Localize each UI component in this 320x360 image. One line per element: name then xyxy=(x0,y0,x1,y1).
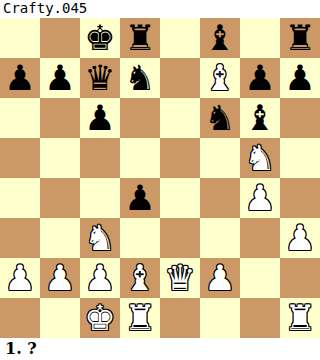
piece-white-queen: ♛ xyxy=(164,258,195,298)
move-prompt: 1. ? xyxy=(0,338,320,360)
square-e5[interactable] xyxy=(160,138,200,178)
square-e2[interactable]: ♛ xyxy=(160,258,200,298)
square-h5[interactable] xyxy=(280,138,320,178)
square-g5[interactable]: ♞ xyxy=(240,138,280,178)
square-f2[interactable]: ♟ xyxy=(200,258,240,298)
piece-white-bishop: ♝ xyxy=(124,258,155,298)
piece-black-pawn: ♟ xyxy=(244,58,275,98)
piece-black-rook: ♜ xyxy=(284,18,315,58)
square-b2[interactable]: ♟ xyxy=(40,258,80,298)
square-c1[interactable]: ♚ xyxy=(80,298,120,338)
square-g4[interactable]: ♟ xyxy=(240,178,280,218)
piece-white-pawn: ♟ xyxy=(244,178,275,218)
square-f5[interactable] xyxy=(200,138,240,178)
square-a2[interactable]: ♟ xyxy=(0,258,40,298)
square-g2[interactable] xyxy=(240,258,280,298)
piece-white-bishop: ♝ xyxy=(204,58,235,98)
square-c4[interactable] xyxy=(80,178,120,218)
piece-black-bishop: ♝ xyxy=(204,18,235,58)
square-f8[interactable]: ♝ xyxy=(200,18,240,58)
piece-black-pawn: ♟ xyxy=(84,98,115,138)
piece-black-bishop: ♝ xyxy=(244,98,275,138)
piece-black-king: ♚ xyxy=(84,18,115,58)
piece-white-rook: ♜ xyxy=(284,298,315,338)
square-d3[interactable] xyxy=(120,218,160,258)
square-d2[interactable]: ♝ xyxy=(120,258,160,298)
square-a4[interactable] xyxy=(0,178,40,218)
square-c3[interactable]: ♞ xyxy=(80,218,120,258)
piece-black-rook: ♜ xyxy=(124,18,155,58)
piece-white-pawn: ♟ xyxy=(284,218,315,258)
piece-black-pawn: ♟ xyxy=(284,58,315,98)
piece-white-rook: ♜ xyxy=(124,298,155,338)
square-c8[interactable]: ♚ xyxy=(80,18,120,58)
piece-white-pawn: ♟ xyxy=(204,258,235,298)
square-h8[interactable]: ♜ xyxy=(280,18,320,58)
square-h1[interactable]: ♜ xyxy=(280,298,320,338)
piece-white-knight: ♞ xyxy=(244,138,275,178)
square-e8[interactable] xyxy=(160,18,200,58)
square-g3[interactable] xyxy=(240,218,280,258)
square-a5[interactable] xyxy=(0,138,40,178)
square-c2[interactable]: ♟ xyxy=(80,258,120,298)
square-e1[interactable] xyxy=(160,298,200,338)
square-b6[interactable] xyxy=(40,98,80,138)
square-a7[interactable]: ♟ xyxy=(0,58,40,98)
square-g7[interactable]: ♟ xyxy=(240,58,280,98)
square-e4[interactable] xyxy=(160,178,200,218)
piece-white-pawn: ♟ xyxy=(4,258,35,298)
square-g1[interactable] xyxy=(240,298,280,338)
xboard-window: Crafty.045 ♚♜♝♜♟♟♛♞♝♟♟♟♞♝♞♟♟♞♟♟♟♟♝♛♟♚♜♜ … xyxy=(0,0,320,360)
square-d7[interactable]: ♞ xyxy=(120,58,160,98)
square-b3[interactable] xyxy=(40,218,80,258)
piece-white-knight: ♞ xyxy=(84,218,115,258)
square-b5[interactable] xyxy=(40,138,80,178)
square-f1[interactable] xyxy=(200,298,240,338)
square-f7[interactable]: ♝ xyxy=(200,58,240,98)
piece-white-pawn: ♟ xyxy=(44,258,75,298)
piece-black-pawn: ♟ xyxy=(44,58,75,98)
square-d5[interactable] xyxy=(120,138,160,178)
square-h6[interactable] xyxy=(280,98,320,138)
square-f4[interactable] xyxy=(200,178,240,218)
square-d8[interactable]: ♜ xyxy=(120,18,160,58)
square-b8[interactable] xyxy=(40,18,80,58)
square-b1[interactable] xyxy=(40,298,80,338)
square-a1[interactable] xyxy=(0,298,40,338)
square-f6[interactable]: ♞ xyxy=(200,98,240,138)
square-a6[interactable] xyxy=(0,98,40,138)
square-g6[interactable]: ♝ xyxy=(240,98,280,138)
square-e7[interactable] xyxy=(160,58,200,98)
window-title: Crafty.045 xyxy=(0,0,320,18)
square-d4[interactable]: ♟ xyxy=(120,178,160,218)
square-h2[interactable] xyxy=(280,258,320,298)
square-c6[interactable]: ♟ xyxy=(80,98,120,138)
piece-black-knight: ♞ xyxy=(204,98,235,138)
piece-white-king: ♚ xyxy=(84,298,115,338)
piece-black-knight: ♞ xyxy=(124,58,155,98)
square-c5[interactable] xyxy=(80,138,120,178)
chess-board: ♚♜♝♜♟♟♛♞♝♟♟♟♞♝♞♟♟♞♟♟♟♟♝♛♟♚♜♜ xyxy=(0,18,320,338)
piece-black-queen: ♛ xyxy=(84,58,115,98)
square-h7[interactable]: ♟ xyxy=(280,58,320,98)
square-f3[interactable] xyxy=(200,218,240,258)
piece-white-pawn: ♟ xyxy=(84,258,115,298)
piece-black-pawn: ♟ xyxy=(4,58,35,98)
square-c7[interactable]: ♛ xyxy=(80,58,120,98)
square-g8[interactable] xyxy=(240,18,280,58)
square-e6[interactable] xyxy=(160,98,200,138)
square-a3[interactable] xyxy=(0,218,40,258)
square-b7[interactable]: ♟ xyxy=(40,58,80,98)
square-h3[interactable]: ♟ xyxy=(280,218,320,258)
square-d6[interactable] xyxy=(120,98,160,138)
square-a8[interactable] xyxy=(0,18,40,58)
piece-black-pawn: ♟ xyxy=(124,178,155,218)
square-b4[interactable] xyxy=(40,178,80,218)
square-h4[interactable] xyxy=(280,178,320,218)
square-e3[interactable] xyxy=(160,218,200,258)
square-d1[interactable]: ♜ xyxy=(120,298,160,338)
